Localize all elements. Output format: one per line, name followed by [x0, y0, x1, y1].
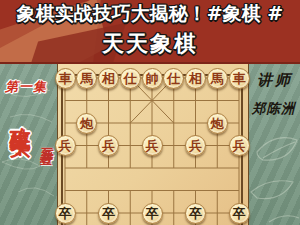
piece-black-soldier[interactable]: 卒 — [229, 203, 250, 224]
piece-black-soldier[interactable]: 卒 — [55, 203, 76, 224]
piece-red-horse[interactable]: 馬 — [76, 68, 97, 89]
piece-red-soldier[interactable]: 兵 — [55, 135, 76, 156]
headline-vertical-text: 攻破先手牛头 — [5, 110, 35, 225]
piece-red-soldier[interactable]: 兵 — [142, 135, 163, 156]
video-title-line1: 象棋实战技巧大揭秘！#象棋 # — [0, 1, 300, 27]
piece-red-advisor[interactable]: 仕 — [163, 68, 184, 89]
piece-red-cannon[interactable]: 炮 — [207, 113, 228, 134]
piece-red-soldier[interactable]: 兵 — [229, 135, 250, 156]
piece-red-king[interactable]: 帥 — [142, 68, 163, 89]
episode-badge: 第一集 — [5, 78, 55, 96]
piece-red-chariot[interactable]: 車 — [229, 68, 250, 89]
move-caption-vertical-text: 红兵五进一壹 — [37, 138, 54, 225]
piece-red-elephant[interactable]: 相 — [185, 68, 206, 89]
piece-red-cannon[interactable]: 炮 — [76, 113, 97, 134]
left-caption-panel: 第一集 攻破先手牛头 红兵五进一壹 — [0, 62, 57, 225]
piece-red-chariot[interactable]: 車 — [55, 68, 76, 89]
piece-red-soldier[interactable]: 兵 — [98, 135, 119, 156]
piece-black-soldier[interactable]: 卒 — [98, 203, 119, 224]
lecturer-role-label: 讲师 — [257, 71, 293, 90]
piece-red-advisor[interactable]: 仕 — [120, 68, 141, 89]
piece-black-soldier[interactable]: 卒 — [142, 203, 163, 224]
thumbnail-root: 象棋实战技巧大揭秘！#象棋 # 天天象棋 第一集 攻破先手牛头 红兵五进一壹 讲… — [0, 0, 300, 225]
lecturer-name: 郑陈洲 — [252, 100, 296, 118]
piece-red-elephant[interactable]: 相 — [98, 68, 119, 89]
xiangqi-board[interactable]: 楚河 漢界 車馬相仕帥仕相馬車炮炮兵兵兵兵兵卒卒卒卒卒 — [57, 62, 249, 225]
right-lecturer-panel: 讲师 郑陈洲 — [249, 62, 300, 225]
leaf-line-art — [249, 122, 300, 225]
piece-black-soldier[interactable]: 卒 — [185, 203, 206, 224]
piece-red-horse[interactable]: 馬 — [207, 68, 228, 89]
piece-red-soldier[interactable]: 兵 — [185, 135, 206, 156]
title-banner: 象棋实战技巧大揭秘！#象棋 # 天天象棋 — [0, 0, 300, 64]
video-title-line2: 天天象棋 — [0, 29, 300, 59]
